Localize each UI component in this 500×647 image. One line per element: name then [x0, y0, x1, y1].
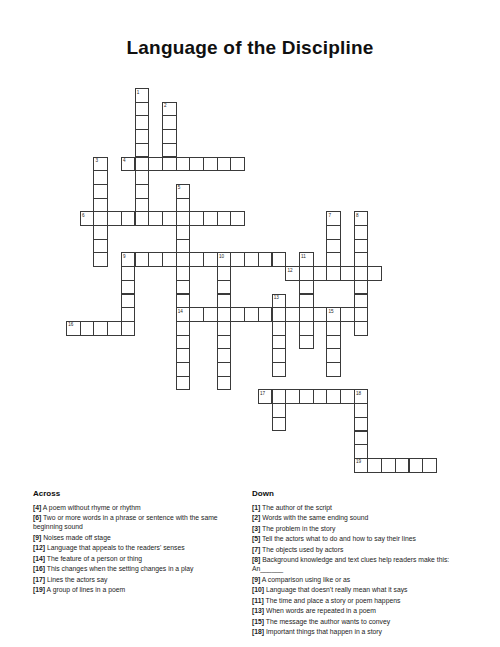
grid-cell[interactable]: [162, 157, 177, 172]
grid-cell[interactable]: 5: [176, 184, 191, 199]
grid-cell[interactable]: 6: [80, 211, 95, 226]
grid-cell[interactable]: [354, 266, 369, 281]
cell-number: 2: [164, 103, 167, 108]
clue-down-7: [7] The objects used by actors: [252, 546, 470, 555]
cell-number: 19: [356, 459, 361, 464]
clue-number: [8]: [252, 556, 260, 563]
cell-number: 8: [356, 213, 359, 218]
grid-cell[interactable]: [244, 307, 259, 322]
grid-cell[interactable]: [189, 252, 204, 267]
grid-cell[interactable]: [230, 211, 245, 226]
grid-cell[interactable]: [326, 266, 341, 281]
clue-down-10: [10] Language that doesn't really mean w…: [252, 586, 470, 595]
clue-number: [2]: [252, 514, 260, 521]
clue-down-11: [11] The time and place a story or poem …: [252, 597, 470, 606]
cell-number: 13: [274, 295, 279, 300]
grid-cell[interactable]: [340, 307, 355, 322]
grid-cell[interactable]: 7: [326, 211, 341, 226]
grid-cell[interactable]: 17: [258, 389, 273, 404]
clue-number: [14]: [33, 555, 45, 562]
grid-cell[interactable]: [272, 389, 287, 404]
cell-number: 10: [219, 254, 224, 259]
clue-number: [15]: [252, 618, 264, 625]
grid-cell[interactable]: [93, 184, 108, 199]
grid-cell[interactable]: [135, 198, 150, 213]
grid-cell[interactable]: [107, 321, 122, 336]
grid-cell[interactable]: 18: [354, 389, 369, 404]
grid-cell[interactable]: [409, 458, 424, 473]
clue-down-18: [18] Important things that happen in a s…: [252, 628, 470, 637]
cell-number: 15: [328, 309, 333, 314]
grid-cell[interactable]: [162, 143, 177, 158]
clue-down-8: [8] Background knowledge and text clues …: [252, 556, 470, 574]
grid-cell[interactable]: [176, 239, 191, 254]
grid-cell[interactable]: [93, 198, 108, 213]
grid-cell[interactable]: [148, 157, 163, 172]
grid-cell[interactable]: 12: [285, 266, 300, 281]
clue-across-12: [12] Language that appeals to the reader…: [33, 544, 246, 553]
grid-cell[interactable]: [217, 157, 232, 172]
grid-cell[interactable]: [135, 252, 150, 267]
grid-cell[interactable]: [217, 362, 232, 377]
grid-cell[interactable]: [135, 129, 150, 144]
cell-number: 11: [301, 254, 306, 259]
grid-cell[interactable]: [176, 321, 191, 336]
grid-cell[interactable]: [244, 252, 259, 267]
clue-down-13: [13] When words are repeated in a poem: [252, 607, 470, 616]
grid-cell[interactable]: [217, 335, 232, 350]
grid-cell[interactable]: [272, 417, 287, 432]
grid-cell[interactable]: 19: [354, 458, 369, 473]
cell-number: 6: [82, 213, 85, 218]
grid-cell[interactable]: [354, 403, 369, 418]
grid-cell[interactable]: [230, 307, 245, 322]
grid-cell[interactable]: [135, 115, 150, 130]
grid-cell[interactable]: 10: [217, 252, 232, 267]
grid-cell[interactable]: [217, 280, 232, 295]
grid-cell[interactable]: [272, 403, 287, 418]
grid-cell[interactable]: [217, 211, 232, 226]
grid-cell[interactable]: [299, 389, 314, 404]
clues-down-section: Down [1] The author of the script[2] Wor…: [252, 489, 470, 639]
grid-cell[interactable]: [217, 321, 232, 336]
grid-cell[interactable]: [189, 211, 204, 226]
grid-cell[interactable]: [135, 184, 150, 199]
grid-cell[interactable]: [189, 307, 204, 322]
grid-cell[interactable]: [176, 266, 191, 281]
grid-cell[interactable]: [299, 321, 314, 336]
grid-cell[interactable]: [121, 211, 136, 226]
grid-cell[interactable]: [326, 362, 341, 377]
clue-number: [10]: [252, 586, 264, 593]
clue-number: [13]: [252, 607, 264, 614]
grid-cell[interactable]: [176, 348, 191, 363]
grid-cell[interactable]: [148, 211, 163, 226]
grid-cell[interactable]: [176, 157, 191, 172]
grid-cell[interactable]: [326, 335, 341, 350]
grid-cell[interactable]: [189, 157, 204, 172]
grid-cell[interactable]: [217, 294, 232, 309]
grid-cell[interactable]: [135, 211, 150, 226]
grid-cell[interactable]: [203, 252, 218, 267]
grid-cell[interactable]: [354, 239, 369, 254]
grid-cell[interactable]: [299, 335, 314, 350]
grid-cell[interactable]: [162, 129, 177, 144]
grid-cell[interactable]: [176, 211, 191, 226]
grid-cell[interactable]: [121, 280, 136, 295]
grid-cell[interactable]: [354, 225, 369, 240]
grid-cell[interactable]: [162, 211, 177, 226]
cell-number: 16: [68, 322, 73, 327]
clue-across-4: [4] A poem without rhyme or rhythm: [33, 504, 246, 513]
grid-cell[interactable]: [326, 225, 341, 240]
grid-cell[interactable]: [326, 348, 341, 363]
grid-cell[interactable]: 8: [354, 211, 369, 226]
grid-cell[interactable]: [162, 115, 177, 130]
grid-cell[interactable]: [135, 157, 150, 172]
clue-across-19: [19] A group of lines in a poem: [33, 586, 246, 595]
clue-down-3: [3] The problem in the story: [252, 525, 470, 534]
cell-number: 4: [123, 158, 126, 163]
clues-across-section: Across [4] A poem without rhyme or rhyth…: [33, 489, 246, 597]
clue-number: [18]: [252, 628, 264, 635]
clue-across-9: [9] Noises made off stage: [33, 534, 246, 543]
grid-cell[interactable]: [203, 307, 218, 322]
grid-cell[interactable]: 14: [176, 307, 191, 322]
grid-cell[interactable]: [354, 321, 369, 336]
grid-cell[interactable]: [272, 348, 287, 363]
clue-down-5: [5] Tell the actors what to do and how t…: [252, 535, 470, 544]
grid-cell[interactable]: [93, 252, 108, 267]
grid-cell[interactable]: [354, 307, 369, 322]
grid-cell[interactable]: [299, 294, 314, 309]
grid-cell[interactable]: 1: [135, 88, 150, 103]
clue-number: [5]: [252, 535, 260, 542]
grid-cell[interactable]: [121, 266, 136, 281]
clue-number: [7]: [252, 546, 260, 553]
grid-cell[interactable]: [217, 307, 232, 322]
down-header: Down: [252, 489, 470, 499]
grid-cell[interactable]: [203, 211, 218, 226]
grid-cell[interactable]: [395, 458, 410, 473]
grid-cell[interactable]: [354, 417, 369, 432]
grid-cell[interactable]: [381, 458, 396, 473]
cell-number: 3: [96, 158, 99, 163]
grid-cell[interactable]: [217, 348, 232, 363]
across-clue-list: [4] A poem without rhyme or rhythm[6] Tw…: [33, 504, 246, 595]
grid-cell[interactable]: [367, 266, 382, 281]
grid-cell[interactable]: [367, 458, 382, 473]
grid-cell[interactable]: [299, 266, 314, 281]
clue-number: [17]: [33, 576, 45, 583]
grid-cell[interactable]: [340, 389, 355, 404]
cell-number: 7: [328, 213, 331, 218]
grid-cell[interactable]: 4: [121, 157, 136, 172]
grid-cell[interactable]: [326, 252, 341, 267]
grid-cell[interactable]: [217, 266, 232, 281]
grid-cell[interactable]: [230, 252, 245, 267]
grid-cell[interactable]: [299, 307, 314, 322]
grid-cell[interactable]: [272, 335, 287, 350]
grid-cell[interactable]: [258, 252, 273, 267]
grid-cell[interactable]: [313, 307, 328, 322]
grid-cell[interactable]: [313, 389, 328, 404]
grid-cell[interactable]: [354, 431, 369, 446]
clue-number: [1]: [252, 504, 260, 511]
cell-number: 18: [356, 391, 361, 396]
grid-cell[interactable]: [217, 376, 232, 391]
clue-number: [3]: [252, 525, 260, 532]
grid-cell[interactable]: [285, 389, 300, 404]
grid-cell[interactable]: [121, 321, 136, 336]
grid-cell[interactable]: 9: [121, 252, 136, 267]
grid-cell[interactable]: [354, 252, 369, 267]
grid-cell[interactable]: [313, 266, 328, 281]
clue-number: [6]: [33, 514, 41, 521]
clue-down-2: [2] Words with the same ending sound: [252, 514, 470, 523]
grid-cell[interactable]: [272, 252, 287, 267]
grid-cell[interactable]: [299, 280, 314, 295]
clue-across-14: [14] The feature of a person or thing: [33, 555, 246, 564]
grid-cell[interactable]: [176, 198, 191, 213]
grid-cell[interactable]: [176, 294, 191, 309]
grid-cell[interactable]: [93, 211, 108, 226]
grid-cell[interactable]: [176, 335, 191, 350]
clue-number: [19]: [33, 586, 45, 593]
grid-cell[interactable]: [340, 266, 355, 281]
grid-cell[interactable]: [272, 362, 287, 377]
clue-number: [12]: [33, 544, 45, 551]
grid-cell[interactable]: [148, 252, 163, 267]
cell-number: 14: [178, 309, 183, 314]
cell-number: 5: [178, 185, 181, 190]
grid-cell[interactable]: [354, 280, 369, 295]
grid-cell[interactable]: [176, 252, 191, 267]
cell-number: 17: [260, 391, 265, 396]
grid-cell[interactable]: [176, 225, 191, 240]
grid-cell[interactable]: [80, 321, 95, 336]
grid-cell[interactable]: [93, 239, 108, 254]
clue-down-9: [9] A comparison using like or as: [252, 576, 470, 585]
cell-number: 12: [287, 268, 292, 273]
grid-cell[interactable]: [354, 444, 369, 459]
grid-cell[interactable]: 2: [162, 102, 177, 117]
grid-cell[interactable]: [135, 143, 150, 158]
crossword-page: Language of the Discipline 1234567891011…: [0, 0, 500, 647]
clue-number: [9]: [252, 576, 260, 583]
grid-cell[interactable]: [272, 321, 287, 336]
grid-cell[interactable]: [230, 157, 245, 172]
grid-cell[interactable]: [93, 225, 108, 240]
grid-cell[interactable]: [203, 157, 218, 172]
clue-across-16: [16] This changes when the setting chang…: [33, 565, 246, 574]
grid-cell[interactable]: [272, 307, 287, 322]
grid-cell[interactable]: [135, 102, 150, 117]
clue-down-1: [1] The author of the script: [252, 504, 470, 513]
grid-cell[interactable]: [162, 252, 177, 267]
crossword-grid: 12345678910111213141516171819: [0, 0, 500, 500]
clue-across-17: [17] Lines the actors say: [33, 576, 246, 585]
grid-cell[interactable]: [422, 458, 437, 473]
clue-down-15: [15] The message the author wants to con…: [252, 618, 470, 627]
grid-cell[interactable]: [135, 170, 150, 185]
cell-number: 1: [137, 90, 140, 95]
grid-cell[interactable]: 15: [326, 307, 341, 322]
down-clue-list: [1] The author of the script[2] Words wi…: [252, 504, 470, 637]
grid-cell[interactable]: [326, 321, 341, 336]
grid-cell[interactable]: 3: [93, 157, 108, 172]
grid-cell[interactable]: [258, 307, 273, 322]
grid-cell[interactable]: [354, 294, 369, 309]
grid-cell[interactable]: [93, 170, 108, 185]
grid-cell[interactable]: [121, 307, 136, 322]
grid-cell[interactable]: 11: [299, 252, 314, 267]
grid-cell[interactable]: 13: [272, 294, 287, 309]
clue-number: [9]: [33, 534, 41, 541]
across-header: Across: [33, 489, 246, 499]
grid-cell[interactable]: [326, 389, 341, 404]
grid-cell[interactable]: [176, 280, 191, 295]
grid-cell[interactable]: [326, 239, 341, 254]
cell-number: 9: [123, 254, 126, 259]
grid-cell[interactable]: [176, 376, 191, 391]
grid-cell[interactable]: [121, 294, 136, 309]
grid-cell[interactable]: [176, 362, 191, 377]
grid-cell[interactable]: [107, 211, 122, 226]
clue-number: [16]: [33, 565, 45, 572]
clue-number: [11]: [252, 597, 264, 604]
clue-across-6: [6] Two or more words in a phrase or sen…: [33, 514, 246, 532]
grid-cell[interactable]: [93, 321, 108, 336]
clue-number: [4]: [33, 504, 41, 511]
grid-cell[interactable]: 16: [66, 321, 81, 336]
grid-cell[interactable]: [285, 307, 300, 322]
